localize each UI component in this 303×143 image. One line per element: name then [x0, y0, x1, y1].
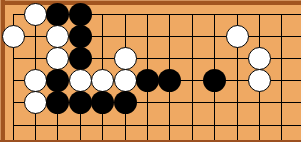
white-stone	[248, 47, 271, 70]
white-stone	[69, 69, 92, 92]
black-stone	[91, 91, 114, 114]
go-board	[0, 0, 303, 142]
white-stone	[2, 25, 25, 48]
white-stone	[46, 25, 69, 48]
white-stone	[24, 91, 47, 114]
image-bottom-strip	[0, 140, 303, 143]
board-top-edge	[0, 0, 303, 5]
image-right-strip	[301, 0, 303, 142]
go-diagram-image	[0, 0, 303, 142]
grid-vline	[192, 14, 193, 140]
grid-vline	[281, 14, 282, 140]
black-stone	[46, 91, 69, 114]
black-stone	[69, 25, 92, 48]
white-stone	[114, 69, 137, 92]
black-stone	[158, 69, 181, 92]
white-stone	[24, 3, 47, 26]
white-stone	[248, 69, 271, 92]
black-stone	[46, 3, 69, 26]
white-stone	[91, 69, 114, 92]
black-stone	[46, 69, 69, 92]
black-stone	[69, 47, 92, 70]
white-stone	[226, 25, 249, 48]
grid-hline	[13, 125, 301, 126]
white-stone	[24, 69, 47, 92]
white-stone	[114, 47, 137, 70]
black-stone	[69, 3, 92, 26]
white-stone	[46, 47, 69, 70]
black-stone	[203, 69, 226, 92]
board-left-edge	[0, 0, 5, 142]
black-stone	[69, 91, 92, 114]
black-stone	[136, 69, 159, 92]
black-stone	[114, 91, 137, 114]
